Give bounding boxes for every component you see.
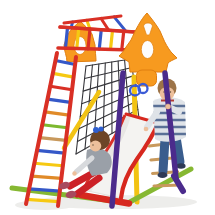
product-photo [0, 0, 215, 215]
boy-eye [170, 91, 171, 92]
boy-shoe [158, 172, 168, 178]
wall-ladder-rung [53, 73, 74, 77]
boy-hand [144, 127, 149, 132]
wall-ladder-rung [29, 189, 60, 191]
girl-hair-bow [98, 126, 103, 131]
boy-shoe [176, 163, 185, 169]
wall-ladder-rung [34, 163, 62, 166]
back-ridge-ladder-rail [64, 16, 121, 23]
wall-ladder-rail [26, 53, 57, 204]
front-gable [119, 13, 177, 86]
wall-ladder-rung [40, 138, 66, 141]
girl-face [90, 141, 102, 152]
ridge-ladder-rung [66, 28, 68, 49]
play-gym-illustration [0, 0, 215, 215]
ridge-ladder-rung [77, 28, 79, 48]
ridge-ladder-rung [99, 30, 101, 49]
front-post-right-foot [174, 176, 183, 191]
ridge-ladder-rung [111, 31, 113, 50]
ridge-ladder-rung [88, 29, 90, 49]
girl-hair-bow [93, 127, 99, 133]
wall-ladder-rung [37, 150, 64, 153]
wall-ladder-rung [42, 125, 67, 128]
girl-eye [92, 144, 93, 145]
front-gable-tab [137, 70, 157, 86]
girl-hand [72, 171, 76, 175]
ridge-ladder-rail [58, 48, 133, 50]
wall-ladder-rung [50, 86, 72, 90]
wall-ladder-rung [27, 199, 59, 201]
wall-ladder-rung [32, 176, 62, 178]
boy-leg [163, 139, 165, 171]
ridge-ladder-rung [122, 31, 124, 49]
wall-ladder-rung [48, 99, 71, 102]
wall-ladder-rung [45, 112, 69, 115]
boy-grip-hand [165, 104, 170, 109]
front-gable-oval-hole [141, 41, 153, 59]
